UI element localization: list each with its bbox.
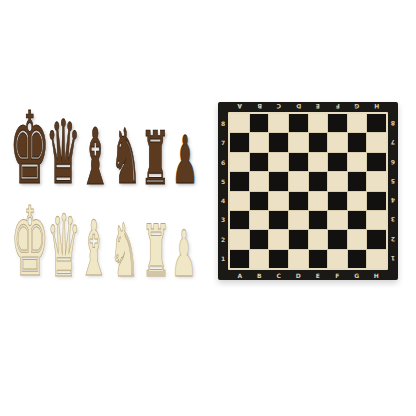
square-a6[interactable] [230, 153, 249, 171]
square-a5[interactable] [230, 172, 249, 190]
file-label-b: B [250, 270, 270, 280]
square-g1[interactable] [348, 250, 367, 268]
rank-label-5: 5 [218, 172, 228, 191]
square-e4[interactable] [309, 192, 328, 210]
square-f5[interactable] [328, 172, 347, 190]
rank-labels-left: 87654321 [218, 114, 228, 268]
square-b7[interactable] [250, 133, 269, 151]
square-g3[interactable] [348, 211, 367, 229]
file-label-g: G [347, 102, 367, 112]
rank-label-6: 6 [388, 153, 398, 172]
file-label-a: A [230, 102, 250, 112]
rank-label-3: 3 [218, 210, 228, 229]
chess-set-photo: ♚♛♝♞♜♟ ♚♛♝♞♜♟ ABCDEFGH ABCDEFGH 87654321… [0, 0, 416, 416]
square-d8[interactable] [289, 114, 308, 132]
square-e3[interactable] [309, 211, 328, 229]
light-rook[interactable]: ♜ [142, 215, 169, 287]
square-c1[interactable] [269, 250, 288, 268]
square-d6[interactable] [289, 153, 308, 171]
square-d5[interactable] [289, 172, 308, 190]
file-labels-bottom: ABCDEFGH [230, 270, 386, 280]
square-f3[interactable] [328, 211, 347, 229]
light-king-glyph: ♚ [11, 186, 50, 298]
file-label-e: E [308, 102, 328, 112]
square-h2[interactable] [367, 230, 386, 248]
rank-label-4: 4 [218, 191, 228, 210]
square-d1[interactable] [289, 250, 308, 268]
file-label-f: F [328, 270, 348, 280]
file-label-b: B [250, 102, 270, 112]
light-bishop-glyph: ♝ [79, 204, 110, 293]
light-rook-glyph: ♜ [142, 209, 171, 293]
rank-labels-right: 87654321 [388, 114, 398, 268]
file-label-g: G [347, 270, 367, 280]
rank-label-1: 1 [388, 249, 398, 268]
square-b1[interactable] [250, 250, 269, 268]
square-g8[interactable] [348, 114, 367, 132]
square-h4[interactable] [367, 192, 386, 210]
square-c6[interactable] [269, 153, 288, 171]
light-knight[interactable]: ♞ [110, 213, 137, 287]
file-label-a: A [230, 270, 250, 280]
square-d3[interactable] [289, 211, 308, 229]
square-f1[interactable] [328, 250, 347, 268]
file-label-h: H [367, 102, 387, 112]
square-g7[interactable] [348, 133, 367, 151]
square-e2[interactable] [309, 230, 328, 248]
square-e8[interactable] [309, 114, 328, 132]
square-h6[interactable] [367, 153, 386, 171]
square-a2[interactable] [230, 230, 249, 248]
rank-label-4: 4 [388, 191, 398, 210]
square-b3[interactable] [250, 211, 269, 229]
square-c2[interactable] [269, 230, 288, 248]
dark-pawn[interactable]: ♟ [172, 128, 199, 194]
square-a4[interactable] [230, 192, 249, 210]
light-pawn-glyph: ♟ [171, 217, 197, 291]
rank-label-5: 5 [388, 172, 398, 191]
square-c3[interactable] [269, 211, 288, 229]
file-labels-top: ABCDEFGH [230, 102, 386, 112]
dark-knight[interactable]: ♞ [111, 119, 138, 195]
square-h7[interactable] [367, 133, 386, 151]
rank-label-2: 2 [218, 230, 228, 249]
square-d2[interactable] [289, 230, 308, 248]
square-a7[interactable] [230, 133, 249, 151]
square-a1[interactable] [230, 250, 249, 268]
square-a3[interactable] [230, 211, 249, 229]
square-e7[interactable] [309, 133, 328, 151]
rank-label-3: 3 [388, 210, 398, 229]
square-a8[interactable] [230, 114, 249, 132]
square-f7[interactable] [328, 133, 347, 151]
rank-label-8: 8 [388, 114, 398, 133]
square-b2[interactable] [250, 230, 269, 248]
square-d4[interactable] [289, 192, 308, 210]
file-label-d: D [289, 270, 309, 280]
square-h8[interactable] [367, 114, 386, 132]
square-c7[interactable] [269, 133, 288, 151]
rank-label-2: 2 [388, 230, 398, 249]
square-f6[interactable] [328, 153, 347, 171]
square-e5[interactable] [309, 172, 328, 190]
square-c8[interactable] [269, 114, 288, 132]
square-h5[interactable] [367, 172, 386, 190]
square-g2[interactable] [348, 230, 367, 248]
square-f2[interactable] [328, 230, 347, 248]
rank-label-6: 6 [218, 153, 228, 172]
light-king[interactable]: ♚ [11, 194, 38, 290]
dark-rook[interactable]: ♜ [141, 121, 168, 195]
square-b5[interactable] [250, 172, 269, 190]
dark-king[interactable]: ♚ [10, 99, 37, 199]
rank-label-7: 7 [218, 133, 228, 152]
square-h3[interactable] [367, 211, 386, 229]
rank-label-7: 7 [388, 133, 398, 152]
square-b8[interactable] [250, 114, 269, 132]
rank-label-8: 8 [218, 114, 228, 133]
square-d7[interactable] [289, 133, 308, 151]
square-g5[interactable] [348, 172, 367, 190]
dark-pieces-row: ♚♛♝♞♜♟ [0, 96, 208, 184]
file-label-f: F [328, 102, 348, 112]
square-c4[interactable] [269, 192, 288, 210]
file-label-c: C [269, 102, 289, 112]
light-pawn[interactable]: ♟ [171, 222, 198, 286]
file-label-h: H [367, 270, 387, 280]
dark-bishop[interactable]: ♝ [80, 118, 107, 196]
board-grid [230, 114, 386, 268]
square-b4[interactable] [250, 192, 269, 210]
square-c5[interactable] [269, 172, 288, 190]
square-b6[interactable] [250, 153, 269, 171]
square-h1[interactable] [367, 250, 386, 268]
light-bishop[interactable]: ♝ [79, 211, 106, 287]
chess-board: ABCDEFGH ABCDEFGH 87654321 87654321 [218, 102, 398, 280]
square-g4[interactable] [348, 192, 367, 210]
file-label-d: D [289, 102, 309, 112]
rank-label-1: 1 [218, 249, 228, 268]
square-f8[interactable] [328, 114, 347, 132]
square-f4[interactable] [328, 192, 347, 210]
light-knight-glyph: ♞ [110, 207, 140, 293]
square-e1[interactable] [309, 250, 328, 268]
file-label-e: E [308, 270, 328, 280]
square-g6[interactable] [348, 153, 367, 171]
file-label-c: C [269, 270, 289, 280]
light-queen-glyph: ♛ [47, 196, 82, 296]
square-e6[interactable] [309, 153, 328, 171]
light-queen[interactable]: ♛ [47, 203, 74, 289]
dark-queen[interactable]: ♛ [46, 109, 73, 197]
light-pieces-row: ♚♛♝♞♜♟ [0, 188, 208, 276]
